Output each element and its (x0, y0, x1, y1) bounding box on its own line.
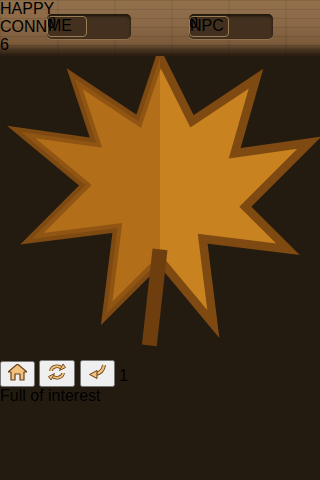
npc-score-strip: 0 NPC (189, 14, 273, 39)
home-icon (8, 364, 27, 381)
logo-numeral-6: 6 (0, 36, 320, 54)
me-name-box: ME (47, 16, 87, 37)
game-screen: HAPPY CONNECT 6 ME 0 0 NPC (0, 0, 320, 480)
undo-icon (88, 363, 107, 381)
npc-name-label: NPC (190, 17, 224, 34)
undo-button[interactable] (80, 360, 115, 387)
me-score-strip: ME 0 (47, 14, 131, 39)
npc-name-box: NPC (189, 16, 229, 37)
ribbon-text: Full of interest (0, 387, 100, 404)
home-button[interactable] (0, 361, 35, 387)
header-bar: HAPPY CONNECT 6 ME 0 0 NPC (0, 0, 320, 56)
maple-leaf-decoration (0, 36, 320, 356)
restart-icon (47, 363, 67, 381)
me-name-label: ME (48, 17, 72, 34)
undo-count-badge: 1 (119, 367, 128, 384)
promo-ribbon[interactable]: Full of interest (0, 387, 320, 405)
restart-button[interactable] (39, 360, 75, 387)
